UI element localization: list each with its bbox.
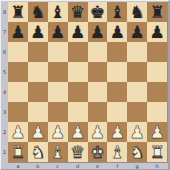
square-h1[interactable]: ♜	[147, 142, 167, 162]
square-f7[interactable]: ♟	[107, 22, 127, 42]
square-h5[interactable]	[147, 62, 167, 82]
black-pawn[interactable]: ♟	[149, 23, 164, 40]
black-rook[interactable]: ♜	[149, 3, 164, 20]
square-b4[interactable]	[28, 82, 48, 102]
square-a3[interactable]	[8, 102, 28, 122]
black-pawn[interactable]: ♟	[50, 23, 65, 40]
square-a8[interactable]: ♜	[8, 2, 28, 22]
square-d8[interactable]: ♛	[68, 2, 88, 22]
black-rook[interactable]: ♜	[10, 3, 25, 20]
square-f5[interactable]	[107, 62, 127, 82]
square-c2[interactable]: ♟	[48, 122, 68, 142]
square-h7[interactable]: ♟	[147, 22, 167, 42]
square-d3[interactable]	[68, 102, 88, 122]
square-e7[interactable]: ♟	[88, 22, 108, 42]
rank-label-3: 3	[1, 102, 8, 122]
rank-labels: 87654321	[1, 2, 8, 162]
square-g4[interactable]	[127, 82, 147, 102]
square-f1[interactable]: ♝	[107, 142, 127, 162]
white-king[interactable]: ♚	[90, 143, 105, 160]
file-label-d: d	[68, 162, 88, 170]
square-c6[interactable]	[48, 42, 68, 62]
square-f4[interactable]	[107, 82, 127, 102]
rank-label-7: 7	[1, 22, 8, 42]
square-f2[interactable]: ♟	[107, 122, 127, 142]
square-b7[interactable]: ♟	[28, 22, 48, 42]
white-rook[interactable]: ♜	[149, 143, 164, 160]
square-b5[interactable]	[28, 62, 48, 82]
square-f6[interactable]	[107, 42, 127, 62]
file-label-c: c	[48, 162, 68, 170]
rank-label-1: 1	[1, 142, 8, 162]
square-h3[interactable]	[147, 102, 167, 122]
black-king[interactable]: ♚	[90, 3, 105, 20]
square-d2[interactable]: ♟	[68, 122, 88, 142]
black-bishop[interactable]: ♝	[50, 3, 65, 20]
square-a4[interactable]	[8, 82, 28, 102]
white-knight[interactable]: ♞	[130, 143, 145, 160]
square-g1[interactable]: ♞	[127, 142, 147, 162]
square-e6[interactable]	[88, 42, 108, 62]
white-bishop[interactable]: ♝	[50, 143, 65, 160]
square-e4[interactable]	[88, 82, 108, 102]
white-queen[interactable]: ♛	[70, 143, 85, 160]
square-h8[interactable]: ♜	[147, 2, 167, 22]
black-pawn[interactable]: ♟	[110, 23, 125, 40]
white-pawn[interactable]: ♟	[90, 123, 105, 140]
black-pawn[interactable]: ♟	[30, 23, 45, 40]
white-bishop[interactable]: ♝	[110, 143, 125, 160]
white-pawn[interactable]: ♟	[110, 123, 125, 140]
square-f8[interactable]: ♝	[107, 2, 127, 22]
square-b3[interactable]	[28, 102, 48, 122]
file-label-f: f	[107, 162, 127, 170]
square-b6[interactable]	[28, 42, 48, 62]
black-pawn[interactable]: ♟	[10, 23, 25, 40]
rank-label-4: 4	[1, 82, 8, 102]
black-knight[interactable]: ♞	[30, 3, 45, 20]
file-label-h: h	[147, 162, 167, 170]
rank-label-6: 6	[1, 42, 8, 62]
square-a5[interactable]	[8, 62, 28, 82]
square-d6[interactable]	[68, 42, 88, 62]
square-a2[interactable]: ♟	[8, 122, 28, 142]
white-pawn[interactable]: ♟	[70, 123, 85, 140]
square-h2[interactable]: ♟	[147, 122, 167, 142]
square-c3[interactable]	[48, 102, 68, 122]
square-e8[interactable]: ♚	[88, 2, 108, 22]
chessboard[interactable]: ♜♞♝♛♚♝♞♜♟♟♟♟♟♟♟♟♟♟♟♟♟♟♟♟♜♞♝♛♚♝♞♜	[8, 2, 168, 163]
square-a6[interactable]	[8, 42, 28, 62]
black-knight[interactable]: ♞	[130, 3, 145, 20]
white-pawn[interactable]: ♟	[50, 123, 65, 140]
square-f3[interactable]	[107, 102, 127, 122]
square-b1[interactable]: ♞	[28, 142, 48, 162]
square-d4[interactable]	[68, 82, 88, 102]
square-g3[interactable]	[127, 102, 147, 122]
black-pawn[interactable]: ♟	[130, 23, 145, 40]
square-c1[interactable]: ♝	[48, 142, 68, 162]
square-c5[interactable]	[48, 62, 68, 82]
square-e5[interactable]	[88, 62, 108, 82]
file-labels: abcdefgh	[8, 162, 167, 170]
square-e3[interactable]	[88, 102, 108, 122]
file-label-b: b	[28, 162, 48, 170]
white-knight[interactable]: ♞	[30, 143, 45, 160]
rank-label-8: 8	[1, 2, 8, 22]
square-d1[interactable]: ♛	[68, 142, 88, 162]
square-g2[interactable]: ♟	[127, 122, 147, 142]
square-d7[interactable]: ♟	[68, 22, 88, 42]
square-g8[interactable]: ♞	[127, 2, 147, 22]
black-bishop[interactable]: ♝	[110, 3, 125, 20]
file-label-a: a	[8, 162, 28, 170]
square-a1[interactable]: ♜	[8, 142, 28, 162]
black-pawn[interactable]: ♟	[90, 23, 105, 40]
white-pawn[interactable]: ♟	[10, 123, 25, 140]
rank-label-5: 5	[1, 62, 8, 82]
white-rook[interactable]: ♜	[10, 143, 25, 160]
square-c4[interactable]	[48, 82, 68, 102]
file-label-e: e	[88, 162, 108, 170]
square-g7[interactable]: ♟	[127, 22, 147, 42]
square-g5[interactable]	[127, 62, 147, 82]
square-e2[interactable]: ♟	[88, 122, 108, 142]
black-queen[interactable]: ♛	[70, 3, 85, 20]
square-b2[interactable]: ♟	[28, 122, 48, 142]
square-b8[interactable]: ♞	[28, 2, 48, 22]
white-pawn[interactable]: ♟	[130, 123, 145, 140]
square-h4[interactable]	[147, 82, 167, 102]
square-a7[interactable]: ♟	[8, 22, 28, 42]
white-pawn[interactable]: ♟	[30, 123, 45, 140]
black-pawn[interactable]: ♟	[70, 23, 85, 40]
square-e1[interactable]: ♚	[88, 142, 108, 162]
square-c7[interactable]: ♟	[48, 22, 68, 42]
chessboard-frame: 87654321 ♜♞♝♛♚♝♞♜♟♟♟♟♟♟♟♟♟♟♟♟♟♟♟♟♜♞♝♛♚♝♞…	[0, 0, 170, 170]
file-label-g: g	[127, 162, 147, 170]
square-d5[interactable]	[68, 62, 88, 82]
white-pawn[interactable]: ♟	[149, 123, 164, 140]
square-h6[interactable]	[147, 42, 167, 62]
square-c8[interactable]: ♝	[48, 2, 68, 22]
rank-label-2: 2	[1, 122, 8, 142]
square-g6[interactable]	[127, 42, 147, 62]
